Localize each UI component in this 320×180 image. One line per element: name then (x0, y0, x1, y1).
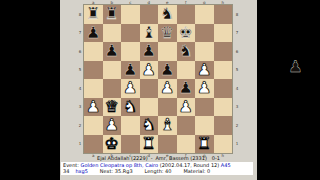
coord-label: 3 (77, 98, 83, 117)
square-e3[interactable] (158, 98, 177, 117)
square-d3[interactable] (140, 98, 159, 117)
coord-label: g (195, 1, 214, 5)
black-pawn-moving[interactable]: ♟ (286, 57, 305, 76)
coord-label: 7 (234, 24, 240, 43)
coord-label: 2 (234, 116, 240, 135)
event-label: Event: (63, 163, 79, 168)
material-value: 0 (207, 169, 210, 174)
coord-label: 6 (234, 42, 240, 61)
game-result: 0-1 (212, 155, 220, 161)
square-g8[interactable] (195, 5, 214, 24)
coord-label: 5 (234, 61, 240, 80)
square-d7[interactable]: ♝ (140, 24, 159, 43)
white-queen[interactable]: ♛ (103, 98, 122, 117)
square-g6[interactable] (195, 42, 214, 61)
white-pawn[interactable]: ♟ (177, 98, 196, 117)
square-a8[interactable]: ♜ (84, 5, 103, 24)
white-pawn[interactable]: ♟ (103, 116, 122, 135)
event-link[interactable]: Golden Cleopatra op 8th, Cairo (81, 163, 159, 168)
square-g7[interactable] (195, 24, 214, 43)
square-f8[interactable] (177, 5, 196, 24)
black-rook[interactable]: ♜ (103, 5, 122, 24)
coord-label: 1 (234, 135, 240, 154)
square-d1[interactable]: ♜ (140, 135, 159, 154)
square-f5[interactable] (177, 61, 196, 80)
square-d8[interactable] (140, 5, 159, 24)
coord-label: c (121, 1, 140, 5)
square-a6[interactable] (84, 42, 103, 61)
black-knight[interactable]: ♞ (158, 5, 177, 24)
eco-code[interactable]: A45 (221, 163, 231, 168)
black-rook[interactable]: ♜ (84, 5, 103, 24)
square-g4[interactable]: ♟ (195, 79, 214, 98)
square-h6[interactable] (214, 42, 233, 61)
square-f7[interactable]: ♚ (177, 24, 196, 43)
square-a2[interactable] (84, 116, 103, 135)
square-h2[interactable] (214, 116, 233, 135)
black-pawn[interactable]: ♟ (140, 42, 159, 61)
square-c6[interactable] (121, 42, 140, 61)
coord-label: 8 (234, 5, 240, 24)
square-h4[interactable] (214, 79, 233, 98)
white-rook[interactable]: ♜ (195, 135, 214, 154)
rank-labels-right: 87654321 (234, 5, 240, 153)
material-label: Material: (183, 169, 205, 174)
white-bishop[interactable]: ♝ (158, 116, 177, 135)
square-a7[interactable]: ♟ (84, 24, 103, 43)
game-info-box: Event: Golden Cleopatra op 8th, Cairo (2… (61, 162, 253, 175)
square-c7[interactable] (121, 24, 140, 43)
black-knight[interactable]: ♞ (177, 42, 196, 61)
coord-label: 1 (77, 135, 83, 154)
square-g3[interactable] (195, 98, 214, 117)
square-g1[interactable]: ♜ (195, 135, 214, 154)
square-e4[interactable]: ♟ (158, 79, 177, 98)
black-player-name: Amr, Bassem (2331) (155, 155, 206, 161)
square-b2[interactable]: ♟ (103, 116, 122, 135)
white-pawn[interactable]: ♟ (121, 79, 140, 98)
coord-label: 4 (77, 79, 83, 98)
players-line: Ejal Abdallah (2229)-Amr, Bassem (2331)0… (60, 156, 257, 161)
square-a4[interactable] (84, 79, 103, 98)
square-f2[interactable] (177, 116, 196, 135)
chess-board[interactable]: ♜♜♞♟♝♛♚♟♟♞♟♟♟♟♟♟♟♟♟♛♞♟♟♞♝♚♜♜ (84, 5, 232, 153)
black-pawn[interactable]: ♟ (177, 79, 196, 98)
square-b4[interactable] (103, 79, 122, 98)
square-h7[interactable] (214, 24, 233, 43)
white-pawn[interactable]: ♟ (158, 79, 177, 98)
white-pawn[interactable]: ♟ (195, 79, 214, 98)
square-c3[interactable]: ♞ (121, 98, 140, 117)
white-pawn[interactable]: ♟ (84, 98, 103, 117)
square-b6[interactable]: ♟ (103, 42, 122, 61)
coord-label: f (177, 1, 196, 5)
square-c1[interactable] (121, 135, 140, 154)
square-h5[interactable] (214, 61, 233, 80)
square-a5[interactable] (84, 61, 103, 80)
square-g5[interactable]: ♟ (195, 61, 214, 80)
players-separator: - (151, 155, 153, 161)
square-c2[interactable] (121, 116, 140, 135)
black-pawn[interactable]: ♟ (103, 42, 122, 61)
square-b3[interactable]: ♛ (103, 98, 122, 117)
white-pawn[interactable]: ♟ (195, 61, 214, 80)
white-knight[interactable]: ♞ (140, 116, 159, 135)
coord-label: 6 (77, 42, 83, 61)
move-number: 34 (63, 169, 69, 174)
event-details: (2002.04.17, Round 12) (160, 163, 219, 168)
coord-label: 5 (77, 61, 83, 80)
video-frame: abcdefgh abcdefgh 87654321 87654321 ♜♜♞♟… (0, 0, 320, 180)
square-b8[interactable]: ♜ (103, 5, 122, 24)
coord-label: 3 (234, 98, 240, 117)
black-pawn[interactable]: ♟ (158, 61, 177, 80)
coord-label: 4 (234, 79, 240, 98)
square-f3[interactable]: ♟ (177, 98, 196, 117)
next-label: Next: (100, 169, 113, 174)
square-e6[interactable] (158, 42, 177, 61)
square-d4[interactable] (140, 79, 159, 98)
square-e8[interactable]: ♞ (158, 5, 177, 24)
black-pawn[interactable]: ♟ (121, 61, 140, 80)
white-king[interactable]: ♚ (103, 135, 122, 154)
white-player-name: Ejal Abdallah (2229) (97, 155, 148, 161)
square-g2[interactable] (195, 116, 214, 135)
black-bishop[interactable]: ♝ (140, 24, 159, 43)
black-pawn[interactable]: ♟ (84, 24, 103, 43)
square-a3[interactable]: ♟ (84, 98, 103, 117)
next-move: 35.Rg3 (115, 169, 133, 174)
square-d6[interactable]: ♟ (140, 42, 159, 61)
square-b5[interactable] (103, 61, 122, 80)
square-e5[interactable]: ♟ (158, 61, 177, 80)
square-f4[interactable]: ♟ (177, 79, 196, 98)
coord-label: 8 (77, 5, 83, 24)
square-e1[interactable] (158, 135, 177, 154)
coord-label: d (140, 1, 159, 5)
square-h3[interactable] (214, 98, 233, 117)
square-f1[interactable] (177, 135, 196, 154)
black-king[interactable]: ♚ (177, 24, 196, 43)
square-c4[interactable]: ♟ (121, 79, 140, 98)
square-a1[interactable] (84, 135, 103, 154)
square-d2[interactable]: ♞ (140, 116, 159, 135)
white-knight[interactable]: ♞ (121, 98, 140, 117)
coord-label: h (214, 1, 233, 5)
rank-labels-left: 87654321 (77, 5, 83, 153)
square-e7[interactable]: ♛ (158, 24, 177, 43)
square-d5[interactable]: ♟ (140, 61, 159, 80)
square-f6[interactable]: ♞ (177, 42, 196, 61)
black-queen[interactable]: ♛ (158, 24, 177, 43)
square-c8[interactable] (121, 5, 140, 24)
white-rook[interactable]: ♜ (140, 135, 159, 154)
coord-label: 2 (77, 116, 83, 135)
last-move-link[interactable]: hxg5 (75, 169, 87, 174)
square-b7[interactable] (103, 24, 122, 43)
square-e2[interactable]: ♝ (158, 116, 177, 135)
move-row: 34hxg5Next: 35.Rg3Length: 40Material: 0 (63, 169, 251, 175)
length-label: Length: (145, 169, 164, 174)
square-c5[interactable]: ♟ (121, 61, 140, 80)
white-pawn[interactable]: ♟ (140, 61, 159, 80)
square-b1[interactable]: ♚ (103, 135, 122, 154)
square-h8[interactable] (214, 5, 233, 24)
length-value: 40 (165, 169, 171, 174)
square-h1[interactable] (214, 135, 233, 154)
coord-label: 7 (77, 24, 83, 43)
